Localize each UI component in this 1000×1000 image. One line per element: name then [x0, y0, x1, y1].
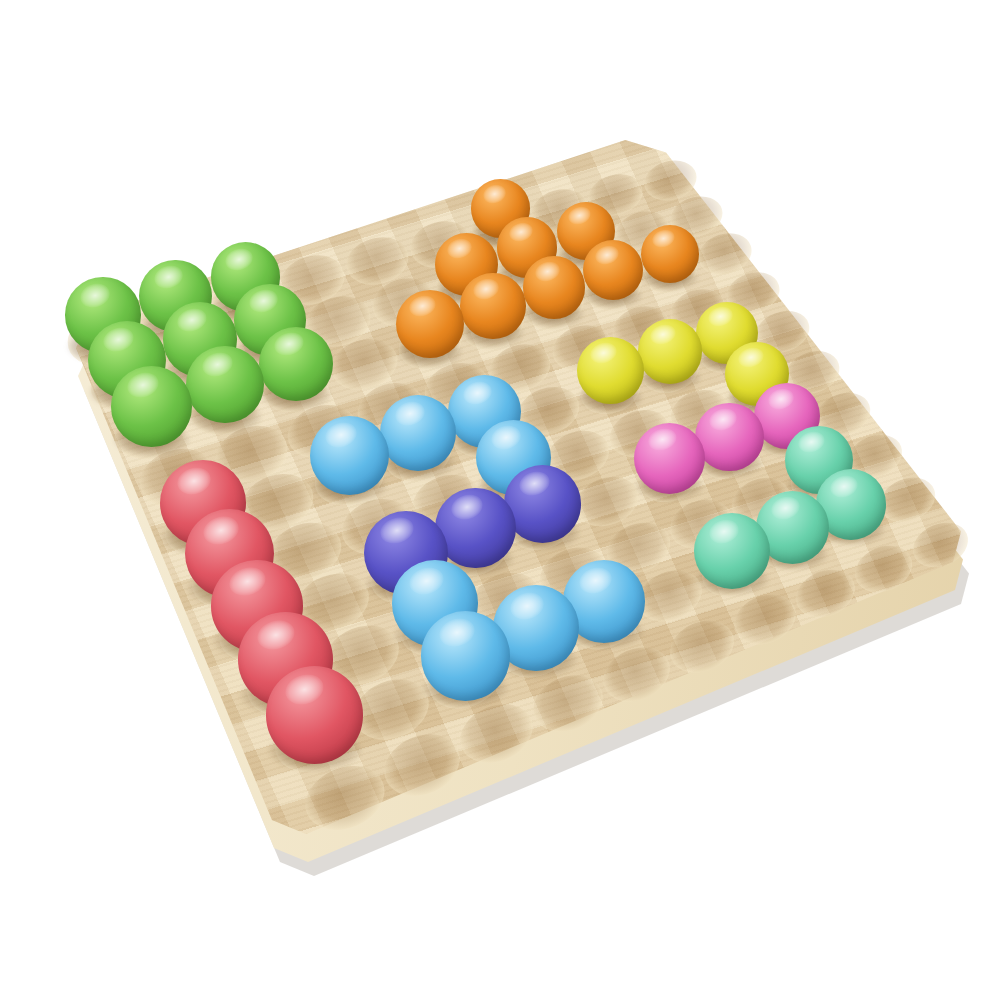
- bead-gloss-highlight: [765, 386, 796, 413]
- bead-gloss-highlight: [124, 369, 162, 402]
- bead-gloss-highlight: [151, 262, 185, 292]
- bead-gloss-highlight: [588, 340, 620, 367]
- bead-gloss-highlight: [507, 219, 536, 244]
- bead-gloss-highlight: [271, 329, 306, 359]
- bead-gloss-highlight: [226, 563, 269, 600]
- bead-gloss-highlight: [533, 259, 563, 285]
- bead-orange-r2c7[interactable]: [583, 240, 643, 300]
- bead-gloss-highlight: [645, 425, 679, 454]
- bead-gloss-highlight: [200, 513, 242, 549]
- bead-gloss-highlight: [707, 516, 743, 547]
- bead-gloss-highlight: [576, 563, 615, 597]
- bead-gloss-highlight: [78, 280, 114, 311]
- bead-gloss-highlight: [735, 344, 765, 370]
- bead-gloss-highlight: [593, 242, 622, 267]
- bead-gloss-highlight: [768, 493, 803, 523]
- bead-gloss-highlight: [222, 245, 255, 273]
- bead-gloss-highlight: [471, 275, 502, 302]
- bead-orange-r2c8[interactable]: [641, 225, 699, 283]
- bead-gloss-highlight: [101, 324, 138, 356]
- bead-gloss-highlight: [254, 616, 299, 655]
- bead-gloss-highlight: [407, 293, 439, 321]
- bead-pink-r6c7[interactable]: [695, 403, 764, 472]
- bead-gloss-highlight: [706, 304, 735, 329]
- bead-gloss-highlight: [406, 563, 447, 599]
- product-photo-canvas: [0, 0, 1000, 1000]
- bead-gloss-highlight: [435, 614, 477, 651]
- bead-gloss-highlight: [796, 428, 828, 456]
- bead-orange-r2c5[interactable]: [460, 273, 526, 339]
- bead-yellow-r4c6[interactable]: [577, 337, 644, 404]
- bead-gloss-highlight: [706, 405, 739, 433]
- bead-gloss-highlight: [481, 181, 509, 205]
- bead-gloss-highlight: [650, 227, 677, 251]
- bead-gloss-highlight: [174, 463, 215, 498]
- bead-gloss-highlight: [377, 514, 417, 548]
- bead-gloss-highlight: [488, 422, 524, 453]
- bead-sky-blue-r4c3[interactable]: [380, 395, 456, 471]
- bead-gloss-highlight: [648, 322, 679, 348]
- bead-gloss-highlight: [246, 287, 280, 316]
- bead-gloss-highlight: [566, 204, 594, 228]
- bead-yellow-r4c7[interactable]: [638, 319, 703, 384]
- bead-gloss-highlight: [393, 398, 429, 429]
- bead-gloss-highlight: [827, 472, 860, 501]
- bead-teal-r8c6[interactable]: [694, 513, 770, 589]
- bead-sky-blue-r4c2[interactable]: [310, 416, 389, 495]
- bead-gloss-highlight: [323, 419, 360, 451]
- bead-green-r2c2[interactable]: [259, 327, 333, 401]
- bead-red-r8c0[interactable]: [266, 666, 364, 764]
- bead-orange-r2c6[interactable]: [523, 256, 586, 319]
- bead-green-r2c1[interactable]: [186, 346, 263, 423]
- bead-gloss-highlight: [199, 349, 236, 381]
- bead-gloss-highlight: [507, 588, 548, 623]
- bead-gloss-highlight: [517, 468, 554, 500]
- bead-gloss-highlight: [282, 670, 328, 710]
- bead-green-r2c0[interactable]: [111, 366, 192, 447]
- bead-gloss-highlight: [448, 490, 486, 523]
- bead-gloss-highlight: [175, 305, 210, 336]
- bead-orange-r2c4[interactable]: [396, 290, 464, 358]
- bead-sky-blue-r8c2[interactable]: [421, 611, 511, 701]
- bead-gloss-highlight: [460, 378, 494, 408]
- bead-gloss-highlight: [445, 235, 475, 261]
